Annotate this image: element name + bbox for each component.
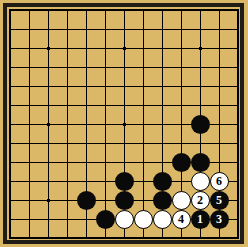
move-6-stone-white-M4[interactable]: 6 <box>210 172 229 191</box>
stone-black-F2[interactable] <box>96 210 115 229</box>
stone-white-H2[interactable] <box>134 210 153 229</box>
go-board[interactable]: 625413 <box>0 0 247 247</box>
move-4-stone-white-K2[interactable]: 4 <box>172 210 191 229</box>
stone-black-G4[interactable] <box>115 172 134 191</box>
stone-black-J4[interactable] <box>153 172 172 191</box>
stone-black-K5[interactable] <box>172 153 191 172</box>
stone-black-L5[interactable] <box>191 153 210 172</box>
stone-white-L4[interactable] <box>191 172 210 191</box>
stone-black-G3[interactable] <box>115 191 134 210</box>
move-number-label: 4 <box>178 213 184 225</box>
stone-white-J2[interactable] <box>153 210 172 229</box>
move-number-label: 3 <box>216 213 222 225</box>
stone-white-G2[interactable] <box>115 210 134 229</box>
move-2-stone-white-L3[interactable]: 2 <box>191 191 210 210</box>
move-number-label: 2 <box>197 194 203 206</box>
move-1-stone-black-L2[interactable]: 1 <box>191 210 210 229</box>
stones-layer: 625413 <box>1 1 248 247</box>
stone-white-K3[interactable] <box>172 191 191 210</box>
move-5-stone-black-M3[interactable]: 5 <box>210 191 229 210</box>
move-number-label: 5 <box>216 194 222 206</box>
move-3-stone-black-M2[interactable]: 3 <box>210 210 229 229</box>
stone-black-L7[interactable] <box>191 115 210 134</box>
stone-black-E3[interactable] <box>77 191 96 210</box>
move-number-label: 1 <box>197 213 203 225</box>
move-number-label: 6 <box>216 175 222 187</box>
stone-black-J3[interactable] <box>153 191 172 210</box>
